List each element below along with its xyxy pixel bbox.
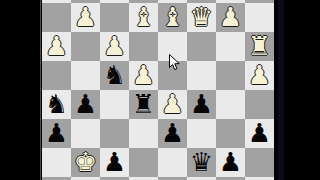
square-d4[interactable]: ♜	[129, 90, 158, 119]
black-pawn[interactable]: ♟	[71, 90, 100, 119]
square-h2[interactable]	[245, 148, 274, 177]
square-c5[interactable]: ♞	[100, 61, 129, 90]
square-b3[interactable]	[71, 119, 100, 148]
square-g2[interactable]: ♟	[216, 148, 245, 177]
black-pawn[interactable]: ♟	[100, 148, 129, 177]
white-rook[interactable]: ♜	[245, 32, 274, 61]
black-pawn[interactable]: ♟	[245, 119, 274, 148]
black-knight[interactable]: ♞	[42, 90, 71, 119]
square-d1[interactable]: ♜	[129, 177, 158, 180]
square-b1[interactable]	[71, 177, 100, 180]
square-e3[interactable]: ♟	[158, 119, 187, 148]
window-edge-strip	[278, 0, 284, 180]
square-f4[interactable]: ♟	[187, 90, 216, 119]
mouse-cursor-icon	[169, 54, 181, 71]
white-pawn[interactable]: ♟	[158, 90, 187, 119]
square-g1[interactable]	[216, 177, 245, 180]
square-c2[interactable]: ♟	[100, 148, 129, 177]
black-rook[interactable]: ♜	[129, 90, 158, 119]
chess-app-screen: ♚♟♝♝♛♟♟♟♜♞♟♟♞♟♜♟♟♟♟♟♚♟♛♟♜	[0, 0, 320, 180]
square-g5[interactable]	[216, 61, 245, 90]
square-e4[interactable]: ♟	[158, 90, 187, 119]
square-b7[interactable]: ♟	[71, 3, 100, 32]
square-e1[interactable]	[158, 177, 187, 180]
white-pawn[interactable]: ♟	[42, 32, 71, 61]
square-d5[interactable]: ♟	[129, 61, 158, 90]
square-c7[interactable]	[100, 3, 129, 32]
left-edge-line	[40, 0, 41, 180]
black-pawn[interactable]: ♟	[216, 148, 245, 177]
square-a2[interactable]	[42, 148, 71, 177]
square-a5[interactable]	[42, 61, 71, 90]
square-g3[interactable]	[216, 119, 245, 148]
black-knight[interactable]: ♞	[100, 61, 129, 90]
white-pawn[interactable]: ♟	[71, 3, 100, 32]
white-bishop[interactable]: ♝	[158, 3, 187, 32]
square-a1[interactable]	[42, 177, 71, 180]
square-e7[interactable]: ♝	[158, 3, 187, 32]
square-c3[interactable]	[100, 119, 129, 148]
square-f6[interactable]	[187, 32, 216, 61]
white-queen[interactable]: ♛	[187, 3, 216, 32]
black-queen[interactable]: ♛	[187, 148, 216, 177]
square-b5[interactable]	[71, 61, 100, 90]
square-h6[interactable]: ♜	[245, 32, 274, 61]
square-e2[interactable]	[158, 148, 187, 177]
square-f7[interactable]: ♛	[187, 3, 216, 32]
white-king[interactable]: ♚	[71, 148, 100, 177]
square-h4[interactable]	[245, 90, 274, 119]
square-b2[interactable]: ♚	[71, 148, 100, 177]
square-d3[interactable]	[129, 119, 158, 148]
square-a6[interactable]: ♟	[42, 32, 71, 61]
square-c6[interactable]: ♟	[100, 32, 129, 61]
square-c1[interactable]	[100, 177, 129, 180]
square-h3[interactable]: ♟	[245, 119, 274, 148]
square-b6[interactable]	[71, 32, 100, 61]
square-h7[interactable]	[245, 3, 274, 32]
square-h1[interactable]	[245, 177, 274, 180]
square-d7[interactable]: ♝	[129, 3, 158, 32]
square-g4[interactable]	[216, 90, 245, 119]
square-c4[interactable]	[100, 90, 129, 119]
square-f5[interactable]	[187, 61, 216, 90]
white-pawn[interactable]: ♟	[100, 32, 129, 61]
square-a7[interactable]	[42, 3, 71, 32]
black-pawn[interactable]: ♟	[42, 119, 71, 148]
white-pawn[interactable]: ♟	[129, 61, 158, 90]
square-a4[interactable]: ♞	[42, 90, 71, 119]
square-a3[interactable]: ♟	[42, 119, 71, 148]
square-h5[interactable]: ♟	[245, 61, 274, 90]
black-pawn[interactable]: ♟	[158, 119, 187, 148]
white-pawn[interactable]: ♟	[245, 61, 274, 90]
white-bishop[interactable]: ♝	[129, 3, 158, 32]
white-pawn[interactable]: ♟	[216, 3, 245, 32]
square-g7[interactable]: ♟	[216, 3, 245, 32]
square-b4[interactable]: ♟	[71, 90, 100, 119]
black-pawn[interactable]: ♟	[187, 90, 216, 119]
square-g6[interactable]	[216, 32, 245, 61]
square-d2[interactable]	[129, 148, 158, 177]
chess-board[interactable]: ♚♟♝♝♛♟♟♟♜♞♟♟♞♟♜♟♟♟♟♟♚♟♛♟♜	[42, 0, 274, 180]
square-f2[interactable]: ♛	[187, 148, 216, 177]
square-f1[interactable]	[187, 177, 216, 180]
square-d6[interactable]	[129, 32, 158, 61]
square-f3[interactable]	[187, 119, 216, 148]
black-rook[interactable]: ♜	[129, 177, 158, 180]
